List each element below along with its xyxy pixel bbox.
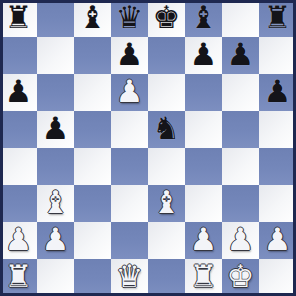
square-h4[interactable]: [259, 148, 296, 185]
square-h5[interactable]: [259, 111, 296, 148]
square-g5[interactable]: [222, 111, 259, 148]
board-grid: ♜♝♛♚♝♜♟♟♟♟♟♟♟♞♝♝♟♟♟♟♟♜♛♜♚: [0, 0, 296, 296]
square-h1[interactable]: [259, 259, 296, 296]
square-h8[interactable]: ♜: [259, 0, 296, 37]
black-pawn: ♟: [190, 39, 218, 70]
square-d2[interactable]: [111, 222, 148, 259]
square-a1[interactable]: ♜: [0, 259, 37, 296]
square-d6[interactable]: ♟: [111, 74, 148, 111]
square-e5[interactable]: ♞: [148, 111, 185, 148]
square-a8[interactable]: ♜: [0, 0, 37, 37]
chess-board: ♜♝♛♚♝♜♟♟♟♟♟♟♟♞♝♝♟♟♟♟♟♜♛♜♚: [0, 0, 296, 296]
black-pawn: ♟: [116, 39, 144, 70]
square-f7[interactable]: ♟: [185, 37, 222, 74]
square-b8[interactable]: [37, 0, 74, 37]
white-pawn: ♟: [227, 224, 255, 255]
square-g1[interactable]: ♚: [222, 259, 259, 296]
square-b3[interactable]: ♝: [37, 185, 74, 222]
square-c6[interactable]: [74, 74, 111, 111]
square-c3[interactable]: [74, 185, 111, 222]
square-a5[interactable]: [0, 111, 37, 148]
square-a3[interactable]: [0, 185, 37, 222]
white-bishop: ♝: [42, 187, 70, 218]
black-pawn: ♟: [264, 76, 292, 107]
square-f5[interactable]: [185, 111, 222, 148]
square-e8[interactable]: ♚: [148, 0, 185, 37]
black-knight: ♞: [153, 113, 181, 144]
square-g8[interactable]: [222, 0, 259, 37]
white-bishop: ♝: [153, 187, 181, 218]
square-b5[interactable]: ♟: [37, 111, 74, 148]
square-c4[interactable]: [74, 148, 111, 185]
white-pawn: ♟: [190, 224, 218, 255]
square-h6[interactable]: ♟: [259, 74, 296, 111]
black-queen: ♛: [116, 2, 144, 33]
square-e3[interactable]: ♝: [148, 185, 185, 222]
square-d3[interactable]: [111, 185, 148, 222]
square-g4[interactable]: [222, 148, 259, 185]
square-g7[interactable]: ♟: [222, 37, 259, 74]
square-h2[interactable]: ♟: [259, 222, 296, 259]
square-g2[interactable]: ♟: [222, 222, 259, 259]
black-bishop: ♝: [79, 2, 107, 33]
square-h7[interactable]: [259, 37, 296, 74]
square-d5[interactable]: [111, 111, 148, 148]
black-king: ♚: [153, 2, 181, 33]
square-a2[interactable]: ♟: [0, 222, 37, 259]
white-rook: ♜: [5, 261, 33, 292]
square-e4[interactable]: [148, 148, 185, 185]
square-a7[interactable]: [0, 37, 37, 74]
square-b6[interactable]: [37, 74, 74, 111]
white-pawn: ♟: [264, 224, 292, 255]
square-b2[interactable]: ♟: [37, 222, 74, 259]
square-b4[interactable]: [37, 148, 74, 185]
square-f3[interactable]: [185, 185, 222, 222]
square-f1[interactable]: ♜: [185, 259, 222, 296]
square-a4[interactable]: [0, 148, 37, 185]
white-pawn: ♟: [42, 224, 70, 255]
square-c7[interactable]: [74, 37, 111, 74]
square-e6[interactable]: [148, 74, 185, 111]
square-d4[interactable]: [111, 148, 148, 185]
square-f8[interactable]: ♝: [185, 0, 222, 37]
square-e1[interactable]: [148, 259, 185, 296]
square-c5[interactable]: [74, 111, 111, 148]
white-king: ♚: [227, 261, 255, 292]
square-f4[interactable]: [185, 148, 222, 185]
square-c8[interactable]: ♝: [74, 0, 111, 37]
square-e2[interactable]: [148, 222, 185, 259]
square-d8[interactable]: ♛: [111, 0, 148, 37]
square-d1[interactable]: ♛: [111, 259, 148, 296]
white-pawn: ♟: [116, 76, 144, 107]
black-pawn: ♟: [5, 76, 33, 107]
black-bishop: ♝: [190, 2, 218, 33]
square-b7[interactable]: [37, 37, 74, 74]
black-rook: ♜: [5, 2, 33, 33]
square-e7[interactable]: [148, 37, 185, 74]
square-d7[interactable]: ♟: [111, 37, 148, 74]
square-f6[interactable]: [185, 74, 222, 111]
white-queen: ♛: [116, 261, 144, 292]
square-g3[interactable]: [222, 185, 259, 222]
white-pawn: ♟: [5, 224, 33, 255]
square-h3[interactable]: [259, 185, 296, 222]
square-g6[interactable]: [222, 74, 259, 111]
white-rook: ♜: [190, 261, 218, 292]
square-c1[interactable]: [74, 259, 111, 296]
square-a6[interactable]: ♟: [0, 74, 37, 111]
black-pawn: ♟: [42, 113, 70, 144]
black-pawn: ♟: [227, 39, 255, 70]
black-rook: ♜: [264, 2, 292, 33]
square-f2[interactable]: ♟: [185, 222, 222, 259]
square-b1[interactable]: [37, 259, 74, 296]
square-c2[interactable]: [74, 222, 111, 259]
